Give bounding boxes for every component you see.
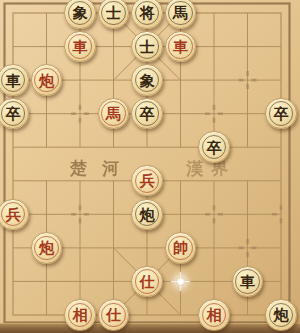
piece-red-advisor[interactable]: 仕 xyxy=(131,266,163,298)
xiangqi-board: 楚河 漢界 象士将馬車士車車炮象卒馬卒卒卒兵兵炮炮帥仕車相仕相炮 xyxy=(0,0,300,333)
piece-black-soldier[interactable]: 卒 xyxy=(131,98,163,130)
piece-glyph: 車 xyxy=(73,40,88,55)
piece-black-chariot[interactable]: 車 xyxy=(0,64,29,96)
piece-black-soldier[interactable]: 卒 xyxy=(265,98,297,130)
piece-glyph: 車 xyxy=(6,73,21,88)
piece-glyph: 卒 xyxy=(207,140,222,155)
piece-glyph: 将 xyxy=(140,6,155,21)
piece-glyph: 炮 xyxy=(39,73,54,88)
piece-glyph: 象 xyxy=(140,73,155,88)
move-indicator-dot xyxy=(176,277,185,286)
piece-red-chariot[interactable]: 車 xyxy=(165,31,197,63)
piece-red-cannon[interactable]: 炮 xyxy=(31,64,63,96)
piece-black-elephant[interactable]: 象 xyxy=(64,0,96,29)
piece-glyph: 帥 xyxy=(173,241,188,256)
piece-glyph: 馬 xyxy=(106,107,121,122)
piece-black-soldier[interactable]: 卒 xyxy=(0,98,29,130)
piece-glyph: 炮 xyxy=(274,308,289,323)
piece-red-horse[interactable]: 馬 xyxy=(98,98,130,130)
piece-black-horse[interactable]: 馬 xyxy=(165,0,197,29)
piece-black-advisor[interactable]: 士 xyxy=(98,0,130,29)
piece-red-elephant[interactable]: 相 xyxy=(198,299,230,331)
piece-black-chariot[interactable]: 車 xyxy=(232,266,264,298)
piece-black-advisor[interactable]: 士 xyxy=(131,31,163,63)
piece-glyph: 炮 xyxy=(140,207,155,222)
piece-red-advisor[interactable]: 仕 xyxy=(98,299,130,331)
piece-glyph: 仕 xyxy=(106,308,121,323)
piece-black-cannon[interactable]: 炮 xyxy=(131,199,163,231)
piece-black-elephant[interactable]: 象 xyxy=(131,64,163,96)
piece-black-soldier[interactable]: 卒 xyxy=(198,131,230,163)
piece-glyph: 相 xyxy=(73,308,88,323)
piece-glyph: 兵 xyxy=(6,207,21,222)
piece-glyph: 士 xyxy=(106,6,121,21)
board-front-edge xyxy=(0,323,300,333)
piece-black-general[interactable]: 将 xyxy=(131,0,163,29)
piece-glyph: 車 xyxy=(240,274,255,289)
piece-glyph: 馬 xyxy=(173,6,188,21)
piece-glyph: 車 xyxy=(173,40,188,55)
piece-glyph: 象 xyxy=(73,6,88,21)
piece-glyph: 卒 xyxy=(274,107,289,122)
piece-glyph: 相 xyxy=(207,308,222,323)
piece-red-general[interactable]: 帥 xyxy=(165,232,197,264)
piece-red-cannon[interactable]: 炮 xyxy=(31,232,63,264)
piece-glyph: 炮 xyxy=(39,241,54,256)
piece-red-chariot[interactable]: 車 xyxy=(64,31,96,63)
pieces-layer: 象士将馬車士車車炮象卒馬卒卒卒兵兵炮炮帥仕車相仕相炮 xyxy=(0,0,298,332)
piece-red-soldier[interactable]: 兵 xyxy=(0,199,29,231)
piece-glyph: 兵 xyxy=(140,174,155,189)
piece-red-soldier[interactable]: 兵 xyxy=(131,165,163,197)
piece-glyph: 士 xyxy=(140,40,155,55)
piece-glyph: 卒 xyxy=(6,107,21,122)
piece-glyph: 仕 xyxy=(140,274,155,289)
piece-glyph: 卒 xyxy=(140,107,155,122)
piece-red-elephant[interactable]: 相 xyxy=(64,299,96,331)
piece-black-cannon[interactable]: 炮 xyxy=(265,299,297,331)
